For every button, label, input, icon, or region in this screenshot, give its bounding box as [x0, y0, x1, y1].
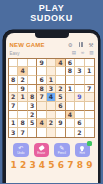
cell-r4c4[interactable]: 8: [37, 85, 46, 94]
phone-notch: [35, 33, 69, 38]
cell-r3c6[interactable]: [56, 76, 65, 85]
cell-r1c2[interactable]: [18, 59, 27, 68]
cell-r9c5[interactable]: [47, 128, 56, 137]
cell-r3c9[interactable]: [85, 76, 94, 85]
infinity-icon: ∞: [81, 51, 84, 56]
cell-r5c9[interactable]: [85, 93, 94, 102]
cell-r6c1[interactable]: 7: [9, 102, 18, 111]
grid-icon: ▤: [72, 51, 76, 56]
cell-r4c1[interactable]: [9, 85, 18, 94]
cell-r8c6[interactable]: 9: [56, 119, 65, 128]
cell-r4c9[interactable]: 7: [85, 85, 94, 94]
settings-gear-icon[interactable]: ⚙: [68, 42, 73, 48]
cell-r5c3[interactable]: 8: [28, 93, 37, 102]
numpad-key-5[interactable]: 5: [48, 161, 54, 170]
cell-r9c2[interactable]: 7: [18, 128, 27, 137]
cell-r3c8[interactable]: [75, 76, 84, 85]
numpad-key-3[interactable]: 3: [29, 161, 35, 170]
cell-r9c7[interactable]: [66, 128, 75, 137]
cell-r5c4[interactable]: 7: [37, 93, 46, 102]
cell-r4c6[interactable]: 2: [56, 85, 65, 94]
erase-button[interactable]: Erase: [34, 143, 50, 157]
cell-r7c9[interactable]: [85, 111, 94, 120]
cell-r5c8[interactable]: 9: [75, 93, 84, 102]
difficulty-label: Easy: [10, 51, 20, 56]
cell-r8c3[interactable]: 5: [28, 119, 37, 128]
page-title: NEW GAME: [10, 42, 45, 48]
cell-r2c3[interactable]: [28, 67, 37, 76]
cell-r4c3[interactable]: [28, 85, 37, 94]
hero-tagline: PLAY SUDOKU: [0, 4, 103, 24]
phone-mockup: NEW GAME ⚙ ⚒ Easy ▤ ∞ ▥ 9464831826198321…: [3, 30, 100, 183]
cell-r6c7[interactable]: [66, 102, 75, 111]
numpad-key-6[interactable]: 6: [58, 161, 64, 170]
numpad-key-1[interactable]: 1: [11, 161, 17, 170]
numpad-key-8[interactable]: 8: [77, 161, 83, 170]
score-icon: ▥: [89, 51, 93, 56]
cell-r7c6[interactable]: [56, 111, 65, 120]
undo-button[interactable]: ↶Undo: [13, 143, 29, 157]
pencil-button-label: Pencil: [58, 152, 66, 155]
stats-row: Easy ▤ ∞ ▥: [10, 51, 94, 57]
header-icons: ⚙ ⚒: [68, 42, 94, 48]
cell-r7c2[interactable]: [18, 111, 27, 120]
cell-r9c3[interactable]: [28, 128, 37, 137]
cell-r4c5[interactable]: 3: [47, 85, 56, 94]
cell-r6c9[interactable]: [85, 102, 94, 111]
numpad-key-9[interactable]: 9: [86, 161, 92, 170]
cell-r3c4[interactable]: 6: [37, 76, 46, 85]
cell-r8c9[interactable]: [85, 119, 94, 128]
cell-r2c2[interactable]: 4: [18, 67, 27, 76]
mini-stats: ▤ ∞ ▥: [72, 51, 94, 56]
cell-r2c6[interactable]: [56, 67, 65, 76]
cell-r8c8[interactable]: 6: [75, 119, 84, 128]
cell-r3c5[interactable]: 1: [47, 76, 56, 85]
cell-r8c2[interactable]: 8: [18, 119, 27, 128]
tools-icon[interactable]: ⚒: [89, 42, 94, 48]
cell-r9c9[interactable]: [85, 128, 94, 137]
cell-r6c5[interactable]: [47, 102, 56, 111]
cell-r7c8[interactable]: [75, 111, 84, 120]
erase-button-label: Erase: [37, 152, 45, 155]
cell-r3c7[interactable]: [66, 76, 75, 85]
cell-r6c2[interactable]: [18, 102, 27, 111]
app-screen: NEW GAME ⚙ ⚒ Easy ▤ ∞ ▥ 9464831826198321…: [6, 33, 98, 184]
cell-r1c9[interactable]: [85, 59, 94, 68]
cell-r5c6[interactable]: 5: [56, 93, 65, 102]
pause-icon[interactable]: [79, 42, 83, 47]
cell-r9c8[interactable]: 2: [75, 128, 84, 137]
cell-r1c4[interactable]: 9: [37, 59, 46, 68]
cell-r5c5[interactable]: 4: [47, 93, 56, 102]
numpad-key-2[interactable]: 2: [20, 161, 26, 170]
numpad-key-4[interactable]: 4: [39, 161, 45, 170]
cell-r5c2[interactable]: 1: [18, 93, 27, 102]
cell-r5c7[interactable]: [66, 93, 75, 102]
toolbar: ↶UndoErase✎PencilHint: [6, 143, 98, 157]
cell-r3c2[interactable]: 2: [18, 76, 27, 85]
cell-r6c4[interactable]: [37, 102, 46, 111]
cell-r8c7[interactable]: [66, 119, 75, 128]
cell-r1c8[interactable]: [75, 59, 84, 68]
cell-r2c8[interactable]: 3: [75, 67, 84, 76]
cell-r6c8[interactable]: [75, 102, 84, 111]
cell-r8c5[interactable]: 2: [47, 119, 56, 128]
hint-badge: [87, 141, 92, 146]
cell-r8c1[interactable]: 1: [9, 119, 18, 128]
cell-r5c1[interactable]: 2: [9, 93, 18, 102]
cell-r4c2[interactable]: 9: [18, 85, 27, 94]
hero-line2: SUDOKU: [0, 14, 103, 24]
cell-r6c6[interactable]: 6: [56, 102, 65, 111]
cell-r2c1[interactable]: [9, 67, 18, 76]
hint-button-label: Hint: [80, 152, 85, 155]
cell-r7c4[interactable]: [37, 111, 46, 120]
cell-r7c7[interactable]: 4: [66, 111, 75, 120]
cell-r4c7[interactable]: 1: [66, 85, 75, 94]
cell-r2c7[interactable]: 8: [66, 67, 75, 76]
cell-r1c1[interactable]: [9, 59, 18, 68]
cell-r1c7[interactable]: 6: [66, 59, 75, 68]
cell-r7c1[interactable]: [9, 111, 18, 120]
cell-r2c4[interactable]: [37, 67, 46, 76]
hint-button[interactable]: Hint: [75, 143, 91, 157]
sudoku-board: 946483182619832172187459736241854296372: [8, 58, 95, 138]
cell-r9c4[interactable]: [37, 128, 46, 137]
cell-r1c3[interactable]: [28, 59, 37, 68]
cell-r8c4[interactable]: 4: [37, 119, 46, 128]
app-header: NEW GAME ⚙ ⚒: [10, 41, 94, 49]
cell-r6c3[interactable]: 3: [28, 102, 37, 111]
undo-button-label: Undo: [17, 152, 24, 155]
cell-r7c5[interactable]: [47, 111, 56, 120]
cell-r1c5[interactable]: [47, 59, 56, 68]
pencil-button[interactable]: ✎Pencil: [54, 143, 70, 157]
cell-r2c5[interactable]: [47, 67, 56, 76]
cell-r9c1[interactable]: 3: [9, 128, 18, 137]
cell-r1c6[interactable]: 4: [56, 59, 65, 68]
cell-r3c3[interactable]: [28, 76, 37, 85]
numpad-key-7[interactable]: 7: [67, 161, 73, 170]
numpad: 123456789: [11, 161, 93, 170]
cell-r2c9[interactable]: 1: [85, 67, 94, 76]
cell-r9c6[interactable]: [56, 128, 65, 137]
cell-r4c8[interactable]: [75, 85, 84, 94]
cell-r3c1[interactable]: 8: [9, 76, 18, 85]
cell-r7c3[interactable]: 2: [28, 111, 37, 120]
